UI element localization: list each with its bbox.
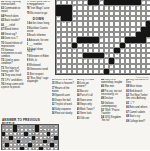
clue-number: 11 — [27, 73, 30, 76]
clue-text: Short word that is in megaphones — [27, 1, 50, 6]
clue-text: "With" Prairie Traveler — [101, 109, 119, 115]
clue-text: What is heaven? — [55, 82, 74, 85]
clue-entry: 26Flow out slowly — [52, 113, 75, 116]
clue-text: Done to a T — [4, 37, 17, 40]
clue-entry: 22Tiny bit of work — [52, 104, 75, 107]
clue-entry: 52"With" Prairie Traveler — [101, 110, 124, 116]
clue-entry: 55City northwest of Kiev — [126, 79, 150, 85]
clue-entry: 66Bets and others — [126, 107, 150, 110]
cell-number: 4 — [84, 1, 85, 3]
cell-number: 34 — [126, 43, 128, 45]
clue-text: Stern look — [80, 112, 91, 115]
clue-text: Green to a fault — [55, 79, 73, 81]
clue-text: School show "NLB"? — [27, 48, 43, 54]
clue-text: Tiny bit of work — [55, 103, 72, 106]
cell-number: 38 — [57, 49, 59, 51]
cell-number: 36 — [137, 43, 139, 45]
cell-number: 48 — [100, 59, 102, 61]
cell-number: 27 — [100, 38, 102, 40]
clue-entry: 46She met — [101, 86, 124, 89]
clue-number: 78 — [27, 7, 30, 10]
clue-number: 40 — [77, 108, 80, 111]
clue-entry: 72Liked in pass condition? — [1, 60, 25, 66]
clue-entry: 15What is heaven? — [52, 83, 75, 86]
clue-entry: 58Most slows — [126, 86, 150, 89]
clue-number: 15 — [52, 82, 55, 85]
clue-text: "Iron Mags" actor — [30, 7, 50, 10]
clue-text: Aid for clean living — [29, 22, 50, 25]
grid-cell[interactable] — [146, 69, 150, 74]
cell-number: 1 — [57, 1, 58, 3]
clue-text: City northwest of Kiev — [126, 79, 148, 84]
clue-entry: 77Short word that is in megaphones — [27, 1, 51, 7]
clue-text: Salty expanse — [55, 108, 71, 111]
clue-entry: 2Blackfoot Casino sector — [27, 28, 51, 34]
clue-entry: 6School show "NLB"? — [27, 49, 51, 55]
clue-entry: 10Genovese seed — [27, 69, 51, 72]
clue-entry: 69Done to a T — [1, 38, 25, 41]
cell-number: 22 — [63, 22, 65, 24]
clue-entry: 65Back trouble? — [1, 20, 25, 23]
clue-text: Bret respect — [30, 73, 44, 76]
clue-number: 28 — [77, 79, 80, 81]
clue-text: Blood letters — [4, 28, 18, 31]
cell-number: 9 — [89, 6, 90, 8]
clue-entry: 71German instruments in oak combos — [1, 50, 25, 59]
newspaper-crossword-page: 62Noisy highway intersections63Commands … — [0, 0, 150, 150]
clue-text: Goes to a sweetshop, maybe — [101, 79, 122, 84]
clue-text: Great rug? — [4, 33, 16, 36]
cell-number: 37 — [142, 43, 144, 45]
cell-number: 47 — [94, 59, 96, 61]
cell-number: 50 — [57, 65, 59, 67]
clue-number: 32 — [77, 90, 80, 93]
clue-entry: 79Ski resort to go — [27, 13, 51, 16]
crossword-grid: 1234567891011121314151617181920212223242… — [55, 0, 150, 75]
clue-entry: 12"Bus Stop" cage playwright — [27, 78, 51, 84]
cell-number: 18 — [73, 11, 75, 13]
clue-text: Mark Twain? — [80, 108, 94, 111]
clue-text: Bird branch — [129, 90, 142, 93]
cell-number: 30 — [78, 43, 80, 45]
clue-text: Gallows contemporary — [101, 102, 117, 108]
clue-text: Liked in pass condition? — [1, 59, 19, 65]
cell-number: 13 — [116, 6, 118, 8]
cell-number: 45 — [84, 59, 86, 61]
cell-number: 3 — [78, 1, 79, 3]
clue-text: Stills, b. — [29, 59, 38, 62]
cell-number: 31 — [84, 43, 86, 45]
cell-number: 5 — [100, 1, 101, 3]
cell-number: 29 — [57, 43, 59, 45]
clue-text: Old coin — [80, 117, 89, 120]
clue-number: 26 — [52, 112, 55, 115]
cell-number: 16 — [132, 6, 134, 8]
cell-number: 10 — [94, 6, 96, 8]
clue-text: Bets and others — [129, 106, 147, 109]
clue-entry: 38Steps only — [77, 104, 100, 107]
cell-number: 24 — [57, 27, 59, 29]
clue-number: 24 — [52, 108, 55, 111]
clue-number: 79 — [27, 12, 30, 15]
cell-number: 46 — [89, 59, 91, 61]
cell-number: 44 — [57, 59, 59, 61]
clue-text: Commands to report — [1, 7, 20, 13]
clue-entry: 49Declare — [101, 98, 124, 101]
clue-text: Noisy highway intersections — [1, 1, 21, 6]
clue-entry: 5___ number — [27, 44, 51, 47]
cell-number: 41 — [57, 54, 59, 56]
previous-puzzle-answer-grid: SCABLESTAROMATONRAISEMETALAGILEONEALSOOR… — [1, 124, 59, 151]
clue-entry: 69College beef? — [126, 121, 150, 124]
clue-text: Hearts of the matter — [52, 87, 70, 93]
cell-number: 28 — [148, 38, 150, 40]
clue-entry: 3Beach informer — [27, 35, 51, 38]
cell-number: 11 — [105, 6, 107, 8]
cell-number: 7 — [148, 1, 149, 3]
clue-entry: 48Put out, not out necessarily, us — [101, 91, 124, 97]
clue-entry: 76It may come with a piece to pieces — [1, 84, 25, 90]
cell-number: 49 — [116, 59, 118, 61]
clue-entry: 44Goes to a sweetshop, maybe — [101, 79, 124, 85]
clue-text: Advocate, for one — [29, 39, 49, 42]
clue-text: They was tried — [4, 74, 21, 77]
cell-number: 42 — [105, 54, 107, 56]
clue-text: The hours of honey, with "the" — [1, 67, 20, 73]
copyright-line: ©2024 Tribune — [118, 76, 149, 78]
clue-column-2: 77Short word that is in megaphones78"Iro… — [27, 1, 51, 117]
cell-number: 17 — [137, 6, 139, 8]
clue-text: Ski resort to go — [30, 12, 47, 15]
clue-entry: 50Gallows contemporary — [101, 103, 124, 109]
cell-number: 25 — [57, 33, 59, 35]
clue-text: Star's cry — [129, 115, 140, 118]
cell-number: 26 — [57, 38, 59, 40]
clue-entry: 8Stills, b. — [27, 60, 51, 63]
cell-number: 12 — [110, 6, 112, 8]
cell-number: 15 — [126, 6, 128, 8]
clue-entry: 62Noisy highway intersections — [1, 1, 25, 7]
cell-number: 40 — [121, 49, 123, 51]
cell-number: 43 — [116, 54, 118, 56]
cell-number: 53 — [110, 70, 112, 72]
clue-column-1: 62Noisy highway intersections63Commands … — [1, 1, 25, 117]
cell-number: 8 — [73, 6, 74, 8]
clue-text: Most slows — [129, 85, 142, 88]
clue-number: 19 — [52, 94, 55, 97]
clue-entry: 42Stern look — [77, 113, 100, 116]
clue-text: City, it's said — [80, 79, 94, 81]
down-section-header: DOWN — [27, 18, 51, 22]
clue-entry: 78"Iron Mags" actor — [27, 8, 51, 11]
clue-entry: 30Lists an answer? — [77, 83, 100, 89]
clue-entry: 541995 Kingdom "the list" — [101, 117, 124, 123]
clue-number: 36 — [77, 99, 80, 102]
clue-text: Blackfoot Casino sector — [27, 27, 48, 33]
clue-number: 42 — [77, 112, 80, 115]
clue-text: Genovese seed — [30, 68, 48, 71]
clue-text: Flow out slowly — [55, 112, 72, 115]
clue-entry: 17Hearts of the matter — [52, 88, 75, 94]
clue-text: It may come with a piece to pieces — [1, 83, 24, 89]
clue-number: 38 — [77, 103, 80, 106]
cell-number: 19 — [57, 17, 59, 19]
clue-text: Camel cabots — [129, 111, 145, 114]
clue-column-6: 55City northwest of Kiev58Most slows60Bi… — [126, 79, 150, 150]
clue-text: "Bus Stop" cage playwright — [27, 77, 49, 83]
cell-number: 2 — [73, 1, 74, 3]
clue-text: She met — [104, 85, 114, 88]
clue-entry: 73The hours of honey, with "the" — [1, 68, 25, 74]
cell-number: 51 — [110, 65, 112, 67]
clue-number: 13 — [52, 79, 55, 81]
clue-column-4: 28City, it's said30Lists an answer?32Bar… — [77, 79, 100, 150]
clue-entry: 75"LPs" and dikes — [1, 80, 25, 83]
clue-number: 34 — [77, 94, 80, 97]
cell-number: 39 — [73, 49, 75, 51]
clue-column-5: 44Goes to a sweetshop, maybe46She met48P… — [101, 79, 124, 150]
clue-text: Declare — [104, 97, 113, 100]
cell-number: 14 — [121, 6, 123, 8]
clue-entry: 62The New Yorker film critic Anthony — [126, 95, 150, 101]
clue-entry: 43Old coin — [77, 118, 100, 121]
clue-number: 22 — [52, 103, 55, 106]
clue-text: Bar out — [80, 90, 88, 93]
cell-number: 21 — [57, 22, 59, 24]
clue-text: Spanish aunt — [55, 94, 70, 97]
clue-number: 43 — [77, 117, 80, 120]
cell-number: 23 — [68, 22, 70, 24]
clue-entry: 1Aid for clean living — [27, 23, 51, 26]
clue-text: "LPs" and dikes — [4, 79, 22, 82]
clue-text: ___ number — [29, 43, 43, 46]
clue-text: Guard tribute of impressions — [1, 42, 22, 48]
clue-text: German instruments in oak combos — [1, 49, 22, 58]
clue-text: The New Yorker film critic Anthony — [126, 94, 148, 100]
cell-number: 20 — [73, 17, 75, 19]
answer-letter-cell: R — [54, 147, 58, 150]
clue-entry: 67Blood letters — [1, 29, 25, 32]
clue-entry: 68Star's cry — [126, 116, 150, 119]
cell-number: 32 — [89, 43, 91, 45]
clue-text: "+"? — [129, 102, 134, 105]
cell-number: 33 — [94, 43, 96, 45]
clue-text: Put out, not out necessarily, us — [101, 90, 122, 96]
clue-entry: 70Guard tribute of impressions — [1, 43, 25, 49]
clue-text: Part of it all — [80, 94, 93, 97]
clue-text: Sane ones — [80, 99, 92, 102]
clue-text: Steps only — [80, 103, 92, 106]
cell-number: 6 — [142, 1, 143, 3]
clue-text: Milestone in Eden — [29, 55, 49, 58]
clue-text: ___-relief — [4, 24, 15, 27]
clue-entry: 63Commands to report — [1, 8, 25, 14]
clue-number: 20 — [52, 99, 55, 102]
clue-text: Drops the ball — [55, 99, 71, 102]
clue-text: French dons — [4, 15, 18, 18]
clue-text: College beef? — [129, 120, 145, 123]
clue-number: 10 — [27, 68, 30, 71]
clue-text: 1995 Kingdom "the list" — [101, 116, 121, 122]
clue-text: Beach informer — [29, 34, 46, 37]
clue-entry: 19Spanish aunt — [52, 95, 75, 98]
clue-text: Whirlweed — [29, 64, 41, 67]
cell-number: 35 — [132, 43, 134, 45]
cell-number: 52 — [57, 70, 59, 72]
clue-entry: 74They was tried — [1, 75, 25, 78]
clue-entry: 34Part of it all — [77, 95, 100, 98]
clue-text: Back trouble? — [4, 19, 20, 22]
